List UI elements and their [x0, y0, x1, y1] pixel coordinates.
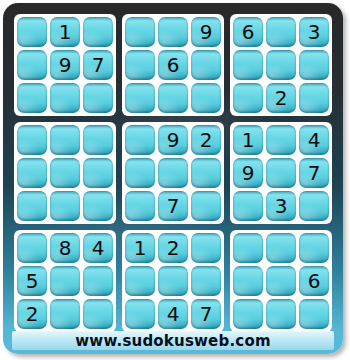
box-7: 8452	[14, 230, 116, 332]
cell-r4c9[interactable]: 4	[299, 125, 329, 155]
cell-r1c3[interactable]	[83, 17, 113, 47]
box-8: 1247	[122, 230, 224, 332]
cell-r8c6[interactable]	[191, 266, 221, 296]
sudoku-grid: 1979663292714973845212476	[14, 14, 332, 332]
given-digit: 9	[59, 55, 72, 75]
given-digit: 2	[200, 130, 213, 150]
cell-r3c1[interactable]	[17, 83, 47, 113]
given-digit: 9	[167, 130, 180, 150]
cell-r2c8[interactable]	[266, 50, 296, 80]
cell-r2c6[interactable]	[191, 50, 221, 80]
cell-r4c5[interactable]: 9	[158, 125, 188, 155]
cell-r6c3[interactable]	[83, 191, 113, 221]
cell-r5c5[interactable]	[158, 158, 188, 188]
cell-r4c6[interactable]: 2	[191, 125, 221, 155]
given-digit: 4	[167, 304, 180, 324]
cell-r4c3[interactable]	[83, 125, 113, 155]
cell-r7c3[interactable]: 4	[83, 233, 113, 263]
cell-r8c5[interactable]	[158, 266, 188, 296]
cell-r1c8[interactable]	[266, 17, 296, 47]
cell-r9c3[interactable]	[83, 299, 113, 329]
box-9: 6	[230, 230, 332, 332]
cell-r1c2[interactable]: 1	[50, 17, 80, 47]
box-4	[14, 122, 116, 224]
cell-r3c8[interactable]: 2	[266, 83, 296, 113]
cell-r2c7[interactable]	[233, 50, 263, 80]
given-digit: 6	[167, 55, 180, 75]
cell-r5c8[interactable]	[266, 158, 296, 188]
given-digit: 1	[134, 238, 147, 258]
cell-r3c5[interactable]	[158, 83, 188, 113]
cell-r8c9[interactable]: 6	[299, 266, 329, 296]
cell-r8c1[interactable]: 5	[17, 266, 47, 296]
cell-r5c1[interactable]	[17, 158, 47, 188]
cell-r5c7[interactable]: 9	[233, 158, 263, 188]
cell-r2c1[interactable]	[17, 50, 47, 80]
cell-r2c5[interactable]: 6	[158, 50, 188, 80]
cell-r3c4[interactable]	[125, 83, 155, 113]
cell-r1c4[interactable]	[125, 17, 155, 47]
given-digit: 7	[200, 304, 213, 324]
cell-r9c6[interactable]: 7	[191, 299, 221, 329]
given-digit: 6	[242, 22, 255, 42]
cell-r8c7[interactable]	[233, 266, 263, 296]
cell-r2c2[interactable]: 9	[50, 50, 80, 80]
cell-r2c3[interactable]: 7	[83, 50, 113, 80]
cell-r7c6[interactable]	[191, 233, 221, 263]
cell-r9c5[interactable]: 4	[158, 299, 188, 329]
cell-r3c6[interactable]	[191, 83, 221, 113]
given-digit: 9	[242, 163, 255, 183]
cell-r5c6[interactable]	[191, 158, 221, 188]
given-digit: 2	[275, 88, 288, 108]
cell-r4c8[interactable]	[266, 125, 296, 155]
cell-r1c1[interactable]	[17, 17, 47, 47]
board-frame: 1979663292714973845212476 www.sudokusweb…	[3, 3, 343, 354]
given-digit: 1	[242, 130, 255, 150]
cell-r5c3[interactable]	[83, 158, 113, 188]
box-1: 197	[14, 14, 116, 116]
cell-r9c9[interactable]	[299, 299, 329, 329]
footer-bar: www.sudokusweb.com	[12, 331, 334, 350]
given-digit: 2	[26, 304, 39, 324]
cell-r8c8[interactable]	[266, 266, 296, 296]
cell-r3c3[interactable]	[83, 83, 113, 113]
cell-r5c4[interactable]	[125, 158, 155, 188]
cell-r5c2[interactable]	[50, 158, 80, 188]
cell-r9c4[interactable]	[125, 299, 155, 329]
cell-r9c2[interactable]	[50, 299, 80, 329]
cell-r7c2[interactable]: 8	[50, 233, 80, 263]
cell-r4c2[interactable]	[50, 125, 80, 155]
box-6: 14973	[230, 122, 332, 224]
cell-r7c7[interactable]	[233, 233, 263, 263]
cell-r8c4[interactable]	[125, 266, 155, 296]
given-digit: 4	[92, 238, 105, 258]
cell-r1c9[interactable]: 3	[299, 17, 329, 47]
cell-r1c7[interactable]: 6	[233, 17, 263, 47]
cell-r7c4[interactable]: 1	[125, 233, 155, 263]
cell-r3c7[interactable]	[233, 83, 263, 113]
given-digit: 7	[92, 55, 105, 75]
sudoku-puzzle-image: 1979663292714973845212476 www.sudokusweb…	[0, 0, 350, 360]
cell-r6c1[interactable]	[17, 191, 47, 221]
given-digit: 6	[308, 271, 321, 291]
cell-r6c8[interactable]: 3	[266, 191, 296, 221]
cell-r6c7[interactable]	[233, 191, 263, 221]
cell-r7c1[interactable]	[17, 233, 47, 263]
box-3: 632	[230, 14, 332, 116]
box-5: 927	[122, 122, 224, 224]
given-digit: 9	[200, 22, 213, 42]
cell-r6c9[interactable]	[299, 191, 329, 221]
given-digit: 3	[275, 196, 288, 216]
given-digit: 5	[26, 271, 39, 291]
cell-r6c2[interactable]	[50, 191, 80, 221]
cell-r4c7[interactable]: 1	[233, 125, 263, 155]
cell-r3c9[interactable]	[299, 83, 329, 113]
website-link[interactable]: www.sudokusweb.com	[75, 332, 270, 350]
cell-r9c1[interactable]: 2	[17, 299, 47, 329]
cell-r5c9[interactable]: 7	[299, 158, 329, 188]
given-digit: 3	[308, 22, 321, 42]
cell-r7c8[interactable]	[266, 233, 296, 263]
cell-r6c6[interactable]	[191, 191, 221, 221]
given-digit: 7	[167, 196, 180, 216]
cell-r8c2[interactable]	[50, 266, 80, 296]
cell-r9c8[interactable]	[266, 299, 296, 329]
cell-r7c5[interactable]: 2	[158, 233, 188, 263]
cell-r6c4[interactable]	[125, 191, 155, 221]
cell-r9c7[interactable]	[233, 299, 263, 329]
cell-r2c4[interactable]	[125, 50, 155, 80]
given-digit: 4	[308, 130, 321, 150]
cell-r1c5[interactable]	[158, 17, 188, 47]
cell-r4c4[interactable]	[125, 125, 155, 155]
cell-r3c2[interactable]	[50, 83, 80, 113]
cell-r6c5[interactable]: 7	[158, 191, 188, 221]
cell-r7c9[interactable]	[299, 233, 329, 263]
given-digit: 2	[167, 238, 180, 258]
box-2: 96	[122, 14, 224, 116]
cell-r1c6[interactable]: 9	[191, 17, 221, 47]
cell-r8c3[interactable]	[83, 266, 113, 296]
given-digit: 8	[59, 238, 72, 258]
given-digit: 7	[308, 163, 321, 183]
cell-r4c1[interactable]	[17, 125, 47, 155]
cell-r2c9[interactable]	[299, 50, 329, 80]
given-digit: 1	[59, 22, 72, 42]
